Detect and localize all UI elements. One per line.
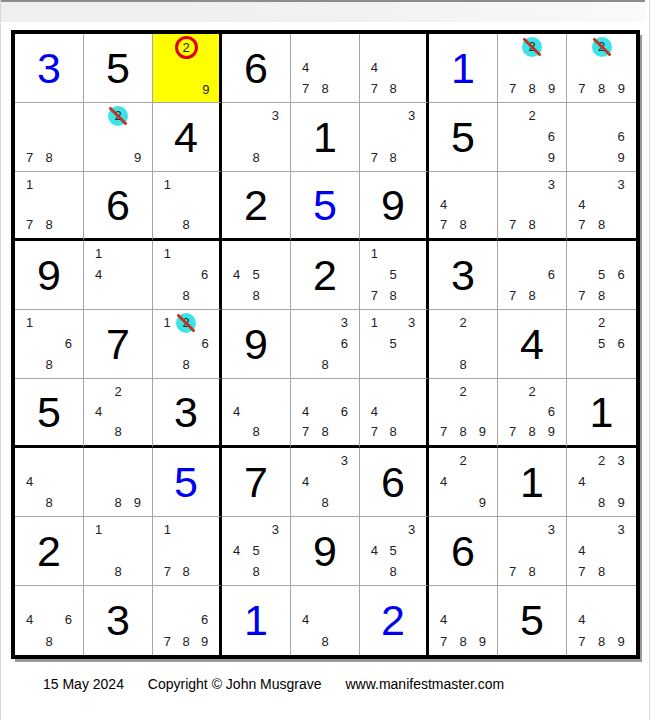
cell-r5c2[interactable]: 7 xyxy=(84,310,153,379)
candidate-8: 8 xyxy=(177,631,196,652)
candidate-7: 7 xyxy=(158,561,177,582)
candidate-8: 8 xyxy=(453,631,472,652)
given-digit: 4 xyxy=(498,310,566,378)
candidate-9: 9 xyxy=(128,492,147,513)
candidate-1: 1 xyxy=(89,243,108,264)
candidate-7: 7 xyxy=(572,561,592,582)
cell-r3c1[interactable]: 178 xyxy=(15,172,84,241)
candidate-4: 4 xyxy=(20,609,39,630)
candidate-8: 8 xyxy=(108,422,127,442)
cell-r1c4[interactable]: 6 xyxy=(222,34,291,103)
candidate-7: 7 xyxy=(158,631,177,652)
given-digit: 5 xyxy=(84,34,152,102)
candidate-2: 2 xyxy=(592,36,612,57)
candidate-5: 5 xyxy=(246,540,265,561)
cell-r9c3[interactable]: 6789 xyxy=(153,586,222,655)
candidate-grid: 78 xyxy=(15,103,83,171)
cell-r2c3[interactable]: 4 xyxy=(153,103,222,172)
candidate-8: 8 xyxy=(522,215,541,235)
candidate-4: 4 xyxy=(296,471,315,492)
candidate-4: 4 xyxy=(572,609,592,630)
candidate-8: 8 xyxy=(246,422,265,442)
candidate-4: 4 xyxy=(227,540,246,561)
cell-r5c9[interactable]: 256 xyxy=(567,310,636,379)
cell-r2c9[interactable]: 69 xyxy=(567,103,636,172)
candidate-grid: 378 xyxy=(360,103,426,171)
cell-r7c2[interactable]: 89 xyxy=(84,448,153,517)
cell-r1c3[interactable]: 29 xyxy=(153,34,222,103)
candidate-9: 9 xyxy=(473,492,492,513)
cell-r5c7[interactable]: 28 xyxy=(429,310,498,379)
cell-r3c8[interactable]: 378 xyxy=(498,172,567,241)
candidate-8: 8 xyxy=(592,561,612,582)
footer: 15 May 2024 Copyright © John Musgrave ww… xyxy=(43,676,504,692)
candidate-grid: 2789 xyxy=(498,34,566,102)
candidate-1: 1 xyxy=(158,312,176,333)
candidate-9: 9 xyxy=(198,79,215,99)
given-digit: 3 xyxy=(153,379,219,445)
candidate-9: 9 xyxy=(195,631,214,652)
candidate-8: 8 xyxy=(108,561,127,582)
candidate-grid: 135 xyxy=(360,310,426,378)
candidate-3: 3 xyxy=(266,105,285,126)
cell-r5c8[interactable]: 4 xyxy=(498,310,567,379)
candidate-1: 1 xyxy=(158,243,177,264)
cell-r9c1[interactable]: 468 xyxy=(15,586,84,655)
candidate-3: 3 xyxy=(542,174,561,194)
candidate-6: 6 xyxy=(542,264,561,285)
candidate-grid: 3458 xyxy=(360,517,426,585)
cell-r5c1[interactable]: 168 xyxy=(15,310,84,379)
candidate-8: 8 xyxy=(453,422,472,442)
candidate-5: 5 xyxy=(384,540,403,561)
candidate-1: 1 xyxy=(365,243,384,264)
candidate-8: 8 xyxy=(592,285,612,306)
candidate-grid: 458 xyxy=(222,241,290,309)
cell-r8c1[interactable]: 2 xyxy=(15,517,84,586)
candidate-8: 8 xyxy=(315,354,334,375)
candidate-4: 4 xyxy=(434,471,453,492)
cell-r9c9[interactable]: 4789 xyxy=(567,586,636,655)
candidate-6: 6 xyxy=(611,126,631,147)
candidate-7: 7 xyxy=(572,215,592,235)
candidate-2: 2 xyxy=(108,381,127,401)
candidate-8: 8 xyxy=(522,285,541,306)
candidate-grid: 38 xyxy=(222,103,290,171)
candidate-8: 8 xyxy=(246,561,265,582)
given-digit: 2 xyxy=(222,172,290,238)
candidate-6: 6 xyxy=(196,333,214,354)
candidate-2: 2 xyxy=(522,105,541,126)
candidate-2: 2 xyxy=(453,312,472,333)
given-digit: 4 xyxy=(153,103,219,171)
candidate-grid: 29 xyxy=(153,34,219,102)
cell-r4c8[interactable]: 678 xyxy=(498,241,567,310)
candidate-8: 8 xyxy=(39,492,58,513)
candidate-7: 7 xyxy=(20,215,39,235)
candidate-9: 9 xyxy=(611,631,631,652)
candidate-2: 2 xyxy=(453,450,472,471)
candidate-1: 1 xyxy=(20,312,39,333)
given-digit: 2 xyxy=(15,517,83,585)
candidate-8: 8 xyxy=(176,354,196,375)
candidate-3: 3 xyxy=(542,519,561,540)
candidate-grid: 26789 xyxy=(498,379,566,445)
cell-r7c8[interactable]: 1 xyxy=(498,448,567,517)
candidate-9: 9 xyxy=(542,78,561,99)
cell-r6c3[interactable]: 3 xyxy=(153,379,222,448)
candidate-grid: 178 xyxy=(153,517,219,585)
cell-r4c5[interactable]: 2 xyxy=(291,241,360,310)
footer-website[interactable]: www.manifestmaster.com xyxy=(345,676,504,692)
cell-r1c5[interactable]: 478 xyxy=(291,34,360,103)
candidate-4: 4 xyxy=(572,194,592,214)
cell-r9c6[interactable]: 2 xyxy=(360,586,429,655)
candidate-8: 8 xyxy=(384,561,403,582)
candidate-grid: 368 xyxy=(291,310,359,378)
cell-r2c8[interactable]: 269 xyxy=(498,103,567,172)
candidate-grid: 678 xyxy=(498,241,566,309)
candidate-3: 3 xyxy=(402,105,421,126)
candidate-4: 4 xyxy=(365,401,384,421)
solved-digit: 2 xyxy=(360,586,426,655)
candidate-grid: 168 xyxy=(15,310,83,378)
candidate-9: 9 xyxy=(128,147,147,168)
cell-r3c3[interactable]: 18 xyxy=(153,172,222,241)
cell-r4c6[interactable]: 1578 xyxy=(360,241,429,310)
candidate-grid: 48 xyxy=(15,448,83,516)
cell-r1c2[interactable]: 5 xyxy=(84,34,153,103)
given-digit: 7 xyxy=(84,310,152,378)
candidate-4: 4 xyxy=(434,194,453,214)
candidate-4: 4 xyxy=(20,471,39,492)
candidate-grid: 23489 xyxy=(567,448,636,516)
cell-r6c1[interactable]: 5 xyxy=(15,379,84,448)
candidate-8: 8 xyxy=(592,78,612,99)
cell-r4c7[interactable]: 3 xyxy=(429,241,498,310)
cell-r5c4[interactable]: 9 xyxy=(222,310,291,379)
candidate-8: 8 xyxy=(522,561,541,582)
candidate-6: 6 xyxy=(335,401,354,421)
candidate-8: 8 xyxy=(177,215,196,235)
cell-r2c6[interactable]: 378 xyxy=(360,103,429,172)
cell-r6c9[interactable]: 1 xyxy=(567,379,636,448)
candidate-5: 5 xyxy=(246,264,265,285)
candidate-7: 7 xyxy=(572,631,592,652)
cell-r2c2[interactable]: 29 xyxy=(84,103,153,172)
cell-r6c8[interactable]: 26789 xyxy=(498,379,567,448)
candidate-grid: 2789 xyxy=(567,34,636,102)
candidate-2: 2 xyxy=(592,312,612,333)
given-digit: 1 xyxy=(498,448,566,516)
given-digit: 7 xyxy=(222,448,290,516)
candidate-grid: 3478 xyxy=(567,517,636,585)
candidate-5: 5 xyxy=(592,333,612,354)
cell-r4c1[interactable]: 9 xyxy=(15,241,84,310)
cell-r9c7[interactable]: 4789 xyxy=(429,586,498,655)
footer-date: 15 May 2024 xyxy=(43,676,124,692)
candidate-grid: 4789 xyxy=(567,586,636,655)
candidate-1: 1 xyxy=(365,312,384,333)
cell-r7c4[interactable]: 7 xyxy=(222,448,291,517)
sudoku-page: 3529647847812789278978294381378526969178… xyxy=(0,0,650,720)
cell-r1c7[interactable]: 1 xyxy=(429,34,498,103)
cell-r7c1[interactable]: 48 xyxy=(15,448,84,517)
candidate-4: 4 xyxy=(89,264,108,285)
cell-r7c9[interactable]: 23489 xyxy=(567,448,636,517)
candidate-6: 6 xyxy=(542,401,561,421)
cell-r4c4[interactable]: 458 xyxy=(222,241,291,310)
candidate-grid: 248 xyxy=(84,379,152,445)
candidate-grid: 3458 xyxy=(222,517,290,585)
candidate-1: 1 xyxy=(158,174,177,194)
candidate-1: 1 xyxy=(20,174,39,194)
cell-r7c5[interactable]: 348 xyxy=(291,448,360,517)
candidate-grid: 478 xyxy=(360,379,426,445)
cyan-highlight-mark: 2 xyxy=(176,313,196,333)
cell-r4c9[interactable]: 5678 xyxy=(567,241,636,310)
given-digit: 3 xyxy=(429,241,497,309)
candidate-6: 6 xyxy=(611,264,631,285)
cell-r3c6[interactable]: 9 xyxy=(360,172,429,241)
sudoku-board: 3529647847812789278978294381378526969178… xyxy=(11,30,640,659)
cyan-highlight-mark: 2 xyxy=(592,37,612,57)
given-digit: 2 xyxy=(291,241,359,309)
candidate-5: 5 xyxy=(384,264,403,285)
candidate-4: 4 xyxy=(572,471,592,492)
cell-r8c3[interactable]: 178 xyxy=(153,517,222,586)
cell-r1c9[interactable]: 2789 xyxy=(567,34,636,103)
candidate-5: 5 xyxy=(384,333,403,354)
candidate-7: 7 xyxy=(365,78,384,99)
cell-r5c5[interactable]: 368 xyxy=(291,310,360,379)
candidate-grid: 168 xyxy=(153,241,219,309)
candidate-4: 4 xyxy=(296,609,315,630)
given-digit: 9 xyxy=(15,241,83,309)
horizontal-scrollbar[interactable] xyxy=(1,0,645,22)
solved-digit: 5 xyxy=(291,172,359,238)
candidate-9: 9 xyxy=(473,631,492,652)
candidate-grid: 478 xyxy=(360,34,426,102)
candidate-grid: 178 xyxy=(15,172,83,238)
candidate-2: 2 xyxy=(108,105,128,126)
candidate-7: 7 xyxy=(20,147,39,168)
cell-r3c4[interactable]: 2 xyxy=(222,172,291,241)
given-digit: 5 xyxy=(15,379,83,445)
candidate-2: 2 xyxy=(176,312,196,333)
candidate-8: 8 xyxy=(39,215,58,235)
cell-r6c6[interactable]: 478 xyxy=(360,379,429,448)
cell-r8c4[interactable]: 3458 xyxy=(222,517,291,586)
candidate-2: 2 xyxy=(453,381,472,401)
cell-r9c8[interactable]: 5 xyxy=(498,586,567,655)
candidate-7: 7 xyxy=(296,422,315,442)
candidate-8: 8 xyxy=(315,631,334,652)
candidate-7: 7 xyxy=(365,147,384,168)
cell-r8c7[interactable]: 6 xyxy=(429,517,498,586)
candidate-grid: 468 xyxy=(15,586,83,655)
candidate-grid: 1268 xyxy=(153,310,219,378)
cell-r8c5[interactable]: 9 xyxy=(291,517,360,586)
candidate-1: 1 xyxy=(158,519,177,540)
candidate-9: 9 xyxy=(612,78,632,99)
candidate-7: 7 xyxy=(572,285,592,306)
candidate-8: 8 xyxy=(39,354,58,375)
cyan-highlight-mark: 2 xyxy=(108,106,128,126)
candidate-8: 8 xyxy=(453,354,472,375)
given-digit: 6 xyxy=(429,517,497,585)
cell-r8c6[interactable]: 3458 xyxy=(360,517,429,586)
candidate-grid: 89 xyxy=(84,448,152,516)
candidate-8: 8 xyxy=(384,147,403,168)
candidate-grid: 2789 xyxy=(429,379,497,445)
candidate-grid: 28 xyxy=(429,310,497,378)
cell-r4c3[interactable]: 168 xyxy=(153,241,222,310)
red-circle-mark: 2 xyxy=(175,36,198,59)
candidate-9: 9 xyxy=(611,492,631,513)
cell-r7c7[interactable]: 249 xyxy=(429,448,498,517)
candidate-9: 9 xyxy=(542,422,561,442)
cell-r8c8[interactable]: 378 xyxy=(498,517,567,586)
candidate-8: 8 xyxy=(522,78,542,99)
candidate-6: 6 xyxy=(195,609,214,630)
candidate-8: 8 xyxy=(522,422,541,442)
given-digit: 5 xyxy=(429,103,497,171)
cell-r5c6[interactable]: 135 xyxy=(360,310,429,379)
candidate-8: 8 xyxy=(384,422,403,442)
candidate-grid: 348 xyxy=(291,448,359,516)
cell-r5c3[interactable]: 1268 xyxy=(153,310,222,379)
candidate-grid: 378 xyxy=(498,172,566,238)
solved-digit: 1 xyxy=(429,34,497,102)
given-digit: 1 xyxy=(291,103,359,171)
candidate-3: 3 xyxy=(402,312,421,333)
cell-r6c4[interactable]: 48 xyxy=(222,379,291,448)
candidate-7: 7 xyxy=(503,422,522,442)
cyan-highlight-mark: 2 xyxy=(522,37,542,57)
candidate-4: 4 xyxy=(572,540,592,561)
cell-r6c5[interactable]: 4678 xyxy=(291,379,360,448)
cell-r8c9[interactable]: 3478 xyxy=(567,517,636,586)
candidate-8: 8 xyxy=(177,285,196,306)
candidate-grid: 1578 xyxy=(360,241,426,309)
candidate-3: 3 xyxy=(335,312,354,333)
solved-digit: 1 xyxy=(222,586,290,655)
candidate-grid: 269 xyxy=(498,103,566,171)
given-digit: 9 xyxy=(360,172,426,238)
cell-r1c6[interactable]: 478 xyxy=(360,34,429,103)
candidate-grid: 48 xyxy=(291,586,359,655)
cell-r3c2[interactable]: 6 xyxy=(84,172,153,241)
cell-r1c1[interactable]: 3 xyxy=(15,34,84,103)
candidate-8: 8 xyxy=(315,78,334,99)
candidate-7: 7 xyxy=(434,422,453,442)
candidate-6: 6 xyxy=(611,333,631,354)
cell-r2c5[interactable]: 1 xyxy=(291,103,360,172)
candidate-1: 1 xyxy=(89,519,108,540)
candidate-8: 8 xyxy=(592,215,612,235)
cell-r2c1[interactable]: 78 xyxy=(15,103,84,172)
candidate-8: 8 xyxy=(384,285,403,306)
cell-r7c3[interactable]: 5 xyxy=(153,448,222,517)
candidate-grid: 478 xyxy=(429,172,497,238)
candidate-grid: 378 xyxy=(498,517,566,585)
candidate-8: 8 xyxy=(592,492,612,513)
candidate-grid: 6789 xyxy=(153,586,219,655)
cell-r6c7[interactable]: 2789 xyxy=(429,379,498,448)
candidate-6: 6 xyxy=(195,264,214,285)
candidate-2: 2 xyxy=(175,36,198,59)
candidate-4: 4 xyxy=(365,540,384,561)
candidate-grid: 29 xyxy=(84,103,152,171)
cell-r9c5[interactable]: 48 xyxy=(291,586,360,655)
given-digit: 6 xyxy=(360,448,426,516)
cell-r2c4[interactable]: 38 xyxy=(222,103,291,172)
candidate-7: 7 xyxy=(296,78,315,99)
cell-r8c2[interactable]: 18 xyxy=(84,517,153,586)
candidate-grid: 18 xyxy=(84,517,152,585)
candidate-3: 3 xyxy=(611,174,631,194)
cell-r3c5[interactable]: 5 xyxy=(291,172,360,241)
candidate-4: 4 xyxy=(434,609,453,630)
candidate-6: 6 xyxy=(59,333,78,354)
candidate-8: 8 xyxy=(246,285,265,306)
cell-r9c2[interactable]: 3 xyxy=(84,586,153,655)
candidate-grid: 249 xyxy=(429,448,497,516)
solved-digit: 5 xyxy=(153,448,219,516)
cell-r2c7[interactable]: 5 xyxy=(429,103,498,172)
candidate-4: 4 xyxy=(227,264,246,285)
candidate-9: 9 xyxy=(542,147,561,168)
candidate-2: 2 xyxy=(522,36,542,57)
candidate-7: 7 xyxy=(503,285,522,306)
cell-r4c2[interactable]: 14 xyxy=(84,241,153,310)
candidate-4: 4 xyxy=(296,401,315,421)
given-digit: 1 xyxy=(567,379,636,445)
given-digit: 6 xyxy=(84,172,152,238)
candidate-3: 3 xyxy=(611,519,631,540)
candidate-3: 3 xyxy=(335,450,354,471)
candidate-7: 7 xyxy=(365,422,384,442)
candidate-3: 3 xyxy=(266,519,285,540)
candidate-4: 4 xyxy=(365,57,384,78)
candidate-grid: 5678 xyxy=(567,241,636,309)
candidate-grid: 4789 xyxy=(429,586,497,655)
candidate-7: 7 xyxy=(434,215,453,235)
cell-r3c9[interactable]: 3478 xyxy=(567,172,636,241)
candidate-8: 8 xyxy=(177,561,196,582)
candidate-3: 3 xyxy=(402,519,421,540)
candidate-grid: 478 xyxy=(291,34,359,102)
cell-r1c8[interactable]: 2789 xyxy=(498,34,567,103)
given-digit: 9 xyxy=(222,310,290,378)
candidate-5: 5 xyxy=(592,264,612,285)
cell-r7c6[interactable]: 6 xyxy=(360,448,429,517)
candidate-7: 7 xyxy=(572,78,592,99)
candidate-3: 3 xyxy=(611,450,631,471)
candidate-8: 8 xyxy=(315,492,334,513)
candidate-4: 4 xyxy=(227,401,246,421)
cell-r6c2[interactable]: 248 xyxy=(84,379,153,448)
given-digit: 6 xyxy=(222,34,290,102)
candidate-grid: 48 xyxy=(222,379,290,445)
candidate-8: 8 xyxy=(246,147,265,168)
candidate-grid: 18 xyxy=(153,172,219,238)
cell-r3c7[interactable]: 478 xyxy=(429,172,498,241)
cell-r9c4[interactable]: 1 xyxy=(222,586,291,655)
candidate-grid: 4678 xyxy=(291,379,359,445)
candidate-grid: 69 xyxy=(567,103,636,171)
